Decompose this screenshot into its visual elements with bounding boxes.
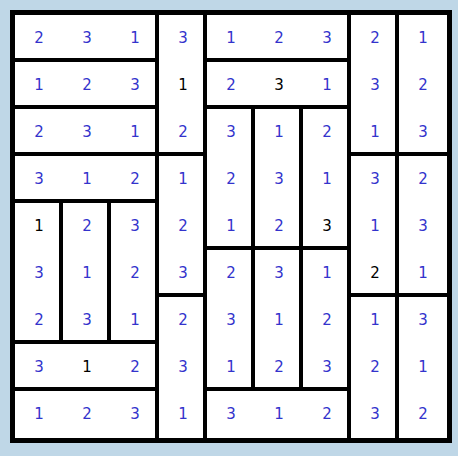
cell-r6c3[interactable]: 2 [111,250,159,297]
cell-r8c9[interactable]: 1 [399,344,447,391]
cell-r6c4[interactable]: 3 [159,250,207,297]
cell-r9c7[interactable]: 2 [303,391,351,438]
cell-r5c8[interactable]: 1 [351,203,399,250]
cell-r8c1[interactable]: 3 [15,344,63,391]
cell-r6c2[interactable]: 1 [63,250,111,297]
cell-r2c7[interactable]: 1 [303,62,351,109]
cell-r8c7[interactable]: 3 [303,344,351,391]
cell-r3c8[interactable]: 1 [351,109,399,156]
cell-r6c5[interactable]: 2 [207,250,255,297]
cell-r3c2[interactable]: 3 [63,109,111,156]
cell-r1c3[interactable]: 1 [111,15,159,62]
cell-r1c4[interactable]: 3 [159,15,207,62]
cell-r9c1[interactable]: 1 [15,391,63,438]
cell-r7c2[interactable]: 3 [63,297,111,344]
cell-r1c6[interactable]: 2 [255,15,303,62]
cell-r3c6[interactable]: 1 [255,109,303,156]
cell-r4c1[interactable]: 3 [15,156,63,203]
cell-r5c7[interactable]: 3 [303,203,351,250]
cell-r8c5[interactable]: 1 [207,344,255,391]
cell-r6c1[interactable]: 3 [15,250,63,297]
cell-r1c7[interactable]: 3 [303,15,351,62]
cell-r3c3[interactable]: 1 [111,109,159,156]
cell-r4c9[interactable]: 2 [399,156,447,203]
cell-r4c5[interactable]: 2 [207,156,255,203]
cell-r4c6[interactable]: 3 [255,156,303,203]
cell-r7c3[interactable]: 1 [111,297,159,344]
cell-r7c8[interactable]: 1 [351,297,399,344]
cell-r5c1[interactable]: 1 [15,203,63,250]
cell-r6c9[interactable]: 1 [399,250,447,297]
cell-r3c9[interactable]: 3 [399,109,447,156]
cell-r1c2[interactable]: 3 [63,15,111,62]
cell-r8c4[interactable]: 3 [159,344,207,391]
cell-r6c7[interactable]: 1 [303,250,351,297]
cell-r4c2[interactable]: 1 [63,156,111,203]
cell-r7c7[interactable]: 2 [303,297,351,344]
cell-r5c6[interactable]: 2 [255,203,303,250]
cell-r4c4[interactable]: 1 [159,156,207,203]
cell-r5c5[interactable]: 1 [207,203,255,250]
cell-r8c6[interactable]: 2 [255,344,303,391]
cell-r2c5[interactable]: 2 [207,62,255,109]
cell-r5c9[interactable]: 3 [399,203,447,250]
cell-r3c4[interactable]: 2 [159,109,207,156]
cell-r7c5[interactable]: 3 [207,297,255,344]
cell-r2c2[interactable]: 2 [63,62,111,109]
cell-r1c8[interactable]: 2 [351,15,399,62]
cell-r2c1[interactable]: 1 [15,62,63,109]
cell-r2c8[interactable]: 3 [351,62,399,109]
cell-r2c3[interactable]: 3 [111,62,159,109]
cell-r6c6[interactable]: 3 [255,250,303,297]
cell-r5c3[interactable]: 3 [111,203,159,250]
cell-r9c6[interactable]: 1 [255,391,303,438]
cell-r1c9[interactable]: 1 [399,15,447,62]
cell-r9c3[interactable]: 3 [111,391,159,438]
cell-r9c8[interactable]: 3 [351,391,399,438]
cell-r1c5[interactable]: 1 [207,15,255,62]
cell-r7c9[interactable]: 3 [399,297,447,344]
cell-r2c9[interactable]: 2 [399,62,447,109]
cell-r9c5[interactable]: 3 [207,391,255,438]
tatami-board: 2313123211231231322312312133121231321232… [10,10,452,443]
cell-r7c6[interactable]: 1 [255,297,303,344]
cell-r1c1[interactable]: 2 [15,15,63,62]
cell-r8c3[interactable]: 2 [111,344,159,391]
cell-r5c4[interactable]: 2 [159,203,207,250]
cell-r9c4[interactable]: 1 [159,391,207,438]
cell-r5c2[interactable]: 2 [63,203,111,250]
cell-r4c7[interactable]: 1 [303,156,351,203]
cell-r4c3[interactable]: 2 [111,156,159,203]
cell-r2c4[interactable]: 1 [159,62,207,109]
cell-r6c8[interactable]: 2 [351,250,399,297]
cell-r3c5[interactable]: 3 [207,109,255,156]
cell-r9c9[interactable]: 2 [399,391,447,438]
cell-r8c8[interactable]: 2 [351,344,399,391]
cell-r7c4[interactable]: 2 [159,297,207,344]
cell-r4c8[interactable]: 3 [351,156,399,203]
cell-r3c1[interactable]: 2 [15,109,63,156]
cell-r9c2[interactable]: 2 [63,391,111,438]
cell-r2c6[interactable]: 3 [255,62,303,109]
cell-r3c7[interactable]: 2 [303,109,351,156]
cell-r7c1[interactable]: 2 [15,297,63,344]
cell-r8c2[interactable]: 1 [63,344,111,391]
